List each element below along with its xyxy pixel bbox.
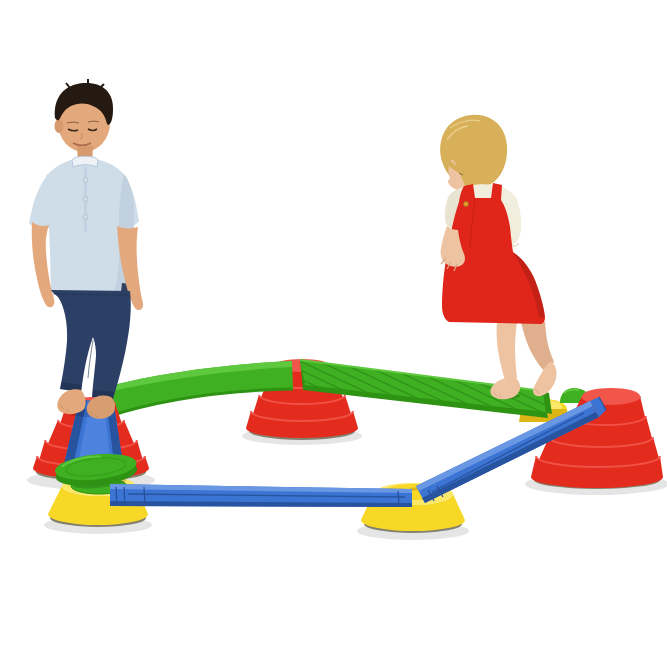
shirt-button xyxy=(83,178,88,183)
boy-left-sleeve xyxy=(29,174,54,229)
boy-ear xyxy=(55,119,64,133)
photo-stage xyxy=(0,0,667,667)
boy-figure xyxy=(29,79,143,419)
girl-left-leg xyxy=(497,322,517,380)
dress-button xyxy=(463,201,468,206)
boy-left-foot xyxy=(57,389,85,414)
shirt-button xyxy=(83,215,88,220)
girl-figure xyxy=(440,115,556,399)
blue-plank-front xyxy=(110,484,412,507)
balance-course-photo xyxy=(0,0,667,667)
shirt-button xyxy=(83,197,88,202)
